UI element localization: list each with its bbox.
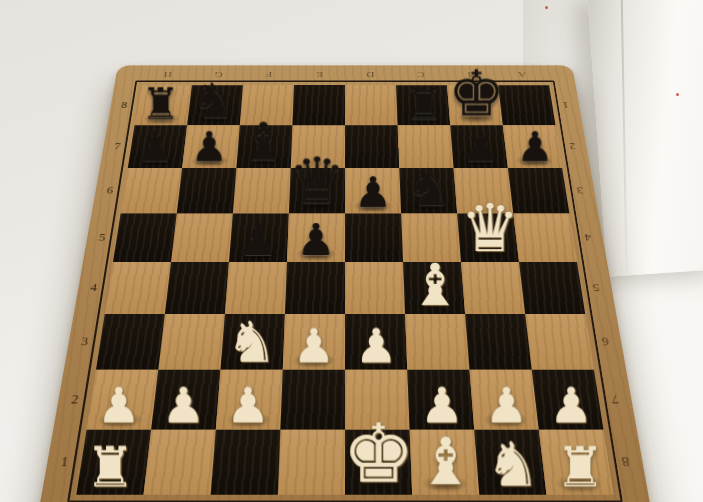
square-a2[interactable]: ♟ [87,370,159,430]
rank-label: 5 [87,213,117,262]
square-a3[interactable] [96,314,165,370]
rank-label-mirrored: 2 [559,125,586,168]
square-h4[interactable] [519,262,585,314]
rank-label: 6 [96,168,125,213]
board-grid: ♜♞♜♚♟♟♝♟♟♛♟♞♟♟♛♝♞♟♟♟♟♟♟♟♟♜♚♝♞♜ [76,85,613,494]
square-f4[interactable]: ♝ [403,262,465,314]
square-h7[interactable]: ♟ [503,125,562,168]
paper-crease [621,0,628,275]
file-label: E [345,498,413,502]
square-a8[interactable]: ♜ [135,85,192,125]
piece-black-pawn-g7[interactable]: ♟ [462,127,499,168]
square-c2[interactable]: ♟ [216,370,283,430]
square-h3[interactable] [525,314,594,370]
square-g2[interactable]: ♟ [469,370,538,430]
rank-label: 1 [46,430,82,495]
piece-black-knight-b8[interactable]: ♞ [192,77,235,125]
piece-white-king-e1[interactable]: ♚ [342,414,415,495]
rank-label-mirrored: 5 [581,262,612,314]
square-a1[interactable]: ♜ [76,430,151,495]
file-label: C [208,498,278,502]
rank-label: 2 [58,370,92,430]
piece-white-bishop-f4[interactable]: ♝ [409,256,461,314]
piece-black-queen-d6[interactable]: ♛ [288,150,345,214]
piece-black-pawn-c5[interactable]: ♟ [238,218,277,262]
square-c7[interactable]: ♝ [236,125,292,168]
piece-white-rook-a1[interactable]: ♜ [85,439,135,495]
red-speck [545,6,548,9]
file-label: H [547,498,619,502]
rank-label-mirrored: 8 [608,430,644,495]
square-h2[interactable]: ♟ [532,370,604,430]
square-a4[interactable] [105,262,171,314]
square-f3[interactable] [405,314,469,370]
piece-black-pawn-h7[interactable]: ♟ [517,127,554,168]
square-g5[interactable]: ♛ [457,213,519,262]
piece-white-pawn-b2[interactable]: ♟ [161,381,205,430]
piece-white-pawn-d3[interactable]: ♟ [293,323,335,370]
square-b2[interactable]: ♟ [151,370,220,430]
file-label-mirrored: F [243,67,294,82]
square-f8[interactable]: ♜ [396,85,450,125]
piece-white-knight-g1[interactable]: ♞ [485,433,540,494]
square-e3[interactable]: ♟ [345,314,407,370]
square-e1[interactable]: ♚ [345,430,412,495]
square-h5[interactable] [513,213,577,262]
rank-label-mirrored: 4 [573,213,603,262]
square-h1[interactable]: ♜ [539,430,614,495]
square-h8[interactable] [498,85,555,125]
square-e8[interactable] [345,85,398,125]
piece-black-pawn-d5[interactable]: ♟ [296,218,335,262]
file-labels-bottom: ABCDEFGH [71,498,618,502]
square-g7[interactable]: ♟ [450,125,508,168]
piece-black-pawn-b7[interactable]: ♟ [191,127,228,168]
square-b1[interactable] [144,430,216,495]
square-a6[interactable] [121,168,182,213]
square-d2[interactable] [280,370,345,430]
piece-black-bishop-c7[interactable]: ♝ [240,116,287,168]
square-e6[interactable]: ♟ [345,168,401,213]
square-a7[interactable]: ♟ [128,125,187,168]
rank-label: 8 [111,85,137,125]
square-e5[interactable] [345,213,403,262]
square-f2[interactable]: ♟ [407,370,474,430]
piece-black-pawn-a7[interactable]: ♟ [137,127,174,168]
rank-label-mirrored: 6 [589,314,622,370]
rank-label: 7 [103,125,130,168]
piece-white-bishop-f1[interactable]: ♝ [417,430,475,495]
square-d8[interactable] [292,85,345,125]
square-g8[interactable]: ♚ [447,85,503,125]
square-g3[interactable] [465,314,532,370]
chessboard-scene: ♜♞♜♚♟♟♝♟♟♛♟♞♟♟♛♝♞♟♟♟♟♟♟♟♟♜♚♝♞♜ ABCDEFGH … [35,65,654,502]
square-b3[interactable] [158,314,225,370]
file-label: D [277,498,345,502]
piece-black-rook-a8[interactable]: ♜ [141,82,180,126]
piece-white-pawn-h2[interactable]: ♟ [549,381,593,430]
piece-white-queen-g5[interactable]: ♛ [460,196,519,262]
square-d6[interactable]: ♛ [289,168,345,213]
piece-black-pawn-e6[interactable]: ♟ [354,171,392,214]
square-b6[interactable] [177,168,237,213]
piece-white-pawn-g2[interactable]: ♟ [485,381,529,430]
square-g4[interactable] [461,262,525,314]
square-d4[interactable] [285,262,345,314]
file-label: G [480,498,551,502]
square-c4[interactable] [225,262,287,314]
square-f6[interactable]: ♞ [399,168,457,213]
square-c3[interactable]: ♞ [221,314,285,370]
square-d1[interactable] [278,430,345,495]
piece-white-rook-h1[interactable]: ♜ [555,439,605,495]
piece-black-rook-f8[interactable]: ♜ [404,82,443,126]
square-c6[interactable] [233,168,291,213]
file-label: B [140,498,211,502]
piece-white-pawn-e3[interactable]: ♟ [355,323,397,370]
rank-label: 4 [78,262,109,314]
square-b8[interactable]: ♞ [187,85,243,125]
piece-white-pawn-c2[interactable]: ♟ [226,381,270,430]
piece-white-pawn-f2[interactable]: ♟ [420,381,464,430]
piece-white-knight-c3[interactable]: ♞ [226,313,277,370]
file-label: A [71,498,143,502]
piece-white-pawn-a2[interactable]: ♟ [97,381,141,430]
square-a5[interactable] [113,213,177,262]
square-b5[interactable] [171,213,233,262]
square-c5[interactable]: ♟ [229,213,289,262]
paper-sheet [587,0,703,277]
square-d5[interactable]: ♟ [287,213,345,262]
photo-scene: ♜♞♜♚♟♟♝♟♟♛♟♞♟♟♛♝♞♟♟♟♟♟♟♟♟♜♚♝♞♜ ABCDEFGH … [0,0,703,502]
file-label: F [412,498,482,502]
piece-black-king-g8[interactable]: ♚ [448,62,505,126]
file-label-mirrored: E [294,67,345,82]
square-b4[interactable] [165,262,229,314]
square-e4[interactable] [345,262,405,314]
rank-label: 3 [68,314,101,370]
square-g1[interactable]: ♞ [474,430,546,495]
square-f1[interactable]: ♝ [410,430,480,495]
square-d3[interactable]: ♟ [283,314,345,370]
square-e7[interactable] [345,125,399,168]
rank-label-mirrored: 3 [566,168,595,213]
rank-label-mirrored: 1 [553,85,579,125]
rank-label-mirrored: 7 [598,370,632,430]
square-b7[interactable]: ♟ [182,125,240,168]
square-c1[interactable] [211,430,281,495]
red-speck [676,93,679,96]
piece-black-knight-f6[interactable]: ♞ [406,162,452,213]
file-label-mirrored: D [345,67,396,82]
chessboard: ♜♞♜♚♟♟♝♟♟♛♟♞♟♟♛♝♞♟♟♟♟♟♟♟♟♜♚♝♞♜ ABCDEFGH … [35,65,654,502]
